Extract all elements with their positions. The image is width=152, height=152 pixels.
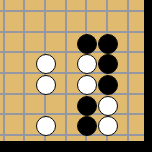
grid-line-horizontal (0, 31, 144, 33)
black-stone (77, 96, 97, 116)
grid-line-horizontal (0, 10, 144, 12)
white-stone (98, 96, 118, 116)
grid-line-vertical (127, 0, 129, 141)
go-board[interactable] (0, 0, 144, 141)
black-stone (77, 34, 97, 54)
grid-line-vertical (3, 0, 5, 141)
grid-line-horizontal (0, 72, 144, 74)
grid-line-horizontal (0, 134, 144, 136)
white-stone (36, 75, 56, 95)
black-stone (98, 34, 118, 54)
grid-line-horizontal (0, 113, 144, 115)
grid-line-horizontal (0, 51, 144, 53)
grid-line-vertical (65, 0, 67, 141)
grid-line-horizontal (0, 93, 144, 95)
screenshot (0, 0, 152, 152)
grid-line-vertical (23, 0, 25, 141)
black-stone (98, 75, 118, 95)
